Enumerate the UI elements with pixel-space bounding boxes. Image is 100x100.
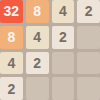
tile-2: 2 <box>0 77 23 100</box>
tile-2: 2 <box>77 0 100 23</box>
tile-2: 2 <box>52 26 75 49</box>
board-2048[interactable]: 32842842422 <box>0 0 100 100</box>
empty-cell <box>52 52 75 75</box>
tile-32: 32 <box>0 0 23 23</box>
empty-cell <box>77 77 100 100</box>
empty-cell <box>52 77 75 100</box>
tile-8: 8 <box>26 0 49 23</box>
empty-cell <box>77 26 100 49</box>
tile-4: 4 <box>26 26 49 49</box>
tile-4: 4 <box>0 52 23 75</box>
empty-cell <box>77 52 100 75</box>
tile-8: 8 <box>0 26 23 49</box>
tile-4: 4 <box>52 0 75 23</box>
empty-cell <box>26 77 49 100</box>
tile-2: 2 <box>26 52 49 75</box>
